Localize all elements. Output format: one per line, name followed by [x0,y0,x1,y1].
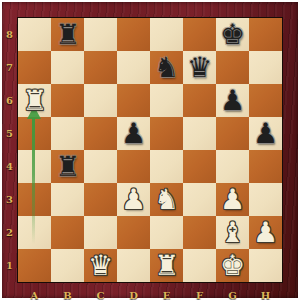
rank-labels: 87654321 [2,18,17,282]
rank-label-2: 2 [2,216,17,249]
square-d7[interactable] [117,51,150,84]
piece-white-queen-c1[interactable]: ♛ [88,249,113,282]
square-b2[interactable] [51,216,84,249]
piece-black-king-g8[interactable]: ♚ [220,18,245,51]
piece-white-pawn-h2[interactable]: ♟ [253,216,278,249]
square-h8[interactable] [249,18,282,51]
square-e8[interactable] [150,18,183,51]
square-c1[interactable]: ♛ [84,249,117,282]
file-label-e: E [150,289,183,300]
square-f8[interactable] [183,18,216,51]
square-g7[interactable] [216,51,249,84]
square-h6[interactable] [249,84,282,117]
square-f3[interactable] [183,183,216,216]
square-d1[interactable] [117,249,150,282]
square-f6[interactable] [183,84,216,117]
file-label-f: F [183,289,216,300]
file-label-h: H [249,289,282,300]
square-g6[interactable]: ♟ [216,84,249,117]
piece-white-king-g1[interactable]: ♚ [220,249,245,282]
board-wrap: ♜♚♞♛♜♟♟♟♜♟♞♟♝♟♛♜♚ [17,17,283,283]
square-d8[interactable] [117,18,150,51]
piece-black-pawn-h5[interactable]: ♟ [253,117,278,150]
square-b5[interactable] [51,117,84,150]
piece-black-pawn-d5[interactable]: ♟ [121,117,146,150]
square-c2[interactable] [84,216,117,249]
square-e4[interactable] [150,150,183,183]
square-e1[interactable]: ♜ [150,249,183,282]
piece-black-rook-b8[interactable]: ♜ [55,18,80,51]
square-g4[interactable] [216,150,249,183]
square-e5[interactable] [150,117,183,150]
move-arrow-line [32,118,35,244]
rank-label-7: 7 [2,51,17,84]
file-labels: ABCDEFGH [18,284,282,298]
rank-label-5: 5 [2,117,17,150]
square-g1[interactable]: ♚ [216,249,249,282]
file-label-c: C [84,289,117,300]
piece-white-rook-a6[interactable]: ♜ [22,84,47,117]
square-d2[interactable] [117,216,150,249]
square-e3[interactable]: ♞ [150,183,183,216]
file-label-b: B [51,289,84,300]
chess-diagram: 87654321 ABCDEFGH ♜♚♞♛♜♟♟♟♜♟♞♟♝♟♛♜♚ [0,0,300,300]
square-b8[interactable]: ♜ [51,18,84,51]
rank-label-1: 1 [2,249,17,282]
square-g2[interactable]: ♝ [216,216,249,249]
piece-white-bishop-g2[interactable]: ♝ [220,216,245,249]
square-b1[interactable] [51,249,84,282]
square-h3[interactable] [249,183,282,216]
square-h5[interactable]: ♟ [249,117,282,150]
square-h4[interactable] [249,150,282,183]
square-g8[interactable]: ♚ [216,18,249,51]
square-f1[interactable] [183,249,216,282]
piece-black-pawn-g6[interactable]: ♟ [220,84,245,117]
rank-label-6: 6 [2,84,17,117]
piece-black-rook-b4[interactable]: ♜ [55,150,80,183]
square-f5[interactable] [183,117,216,150]
rank-label-3: 3 [2,183,17,216]
square-a7[interactable] [18,51,51,84]
square-a6[interactable]: ♜ [18,84,51,117]
square-c6[interactable] [84,84,117,117]
square-g3[interactable]: ♟ [216,183,249,216]
square-a8[interactable] [18,18,51,51]
square-c5[interactable] [84,117,117,150]
square-b7[interactable] [51,51,84,84]
square-c8[interactable] [84,18,117,51]
square-d4[interactable] [117,150,150,183]
square-d5[interactable]: ♟ [117,117,150,150]
square-g5[interactable] [216,117,249,150]
square-h1[interactable] [249,249,282,282]
file-label-d: D [117,289,150,300]
square-c3[interactable] [84,183,117,216]
chess-board: ♜♚♞♛♜♟♟♟♜♟♞♟♝♟♛♜♚ [18,18,282,282]
square-h7[interactable] [249,51,282,84]
square-f4[interactable] [183,150,216,183]
piece-white-rook-e1[interactable]: ♜ [154,249,179,282]
square-d3[interactable]: ♟ [117,183,150,216]
piece-white-pawn-g3[interactable]: ♟ [220,183,245,216]
square-d6[interactable] [117,84,150,117]
square-b3[interactable] [51,183,84,216]
square-e2[interactable] [150,216,183,249]
piece-black-knight-e7[interactable]: ♞ [154,51,179,84]
file-label-g: G [216,289,249,300]
square-b6[interactable] [51,84,84,117]
rank-label-8: 8 [2,18,17,51]
square-b4[interactable]: ♜ [51,150,84,183]
file-label-a: A [18,289,51,300]
piece-white-knight-e3[interactable]: ♞ [154,183,179,216]
square-e7[interactable]: ♞ [150,51,183,84]
square-f7[interactable]: ♛ [183,51,216,84]
square-c4[interactable] [84,150,117,183]
square-h2[interactable]: ♟ [249,216,282,249]
piece-white-pawn-d3[interactable]: ♟ [121,183,146,216]
square-a1[interactable] [18,249,51,282]
rank-label-4: 4 [2,150,17,183]
square-c7[interactable] [84,51,117,84]
square-e6[interactable] [150,84,183,117]
square-f2[interactable] [183,216,216,249]
piece-black-queen-f7[interactable]: ♛ [187,51,212,84]
